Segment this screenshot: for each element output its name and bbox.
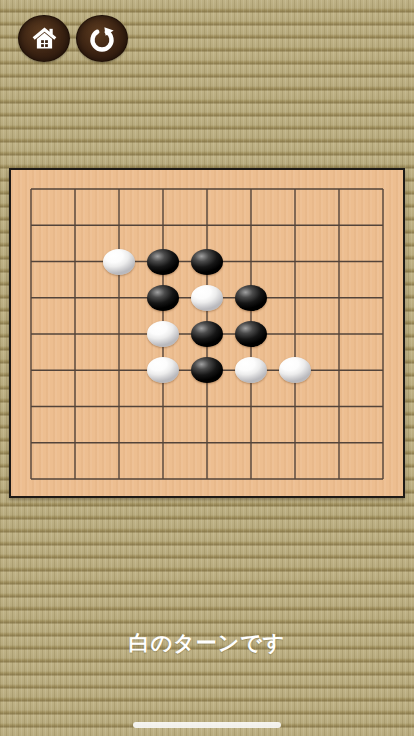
board-inner: ○●●●○●○●●○●○○ bbox=[11, 170, 403, 496]
stone-black: ● bbox=[191, 249, 223, 275]
restart-button[interactable] bbox=[76, 15, 128, 62]
stone-black: ● bbox=[191, 321, 223, 347]
stone-white: ○ bbox=[103, 249, 135, 275]
stone-black: ● bbox=[235, 285, 267, 311]
go-board[interactable]: ○●●●○●○●●○●○○ bbox=[9, 168, 405, 498]
stone-black: ● bbox=[147, 285, 179, 311]
restart-icon bbox=[87, 24, 117, 54]
home-icon bbox=[30, 24, 59, 53]
home-button[interactable] bbox=[18, 15, 70, 62]
stone-black: ● bbox=[147, 249, 179, 275]
stone-white: ○ bbox=[191, 285, 223, 311]
stone-white: ○ bbox=[147, 321, 179, 347]
home-indicator[interactable] bbox=[133, 722, 281, 728]
app-screen: ○●●●○●○●●○●○○ 白のターンです bbox=[0, 0, 414, 736]
stone-black: ● bbox=[235, 321, 267, 347]
turn-status-text: 白のターンです bbox=[0, 629, 414, 657]
